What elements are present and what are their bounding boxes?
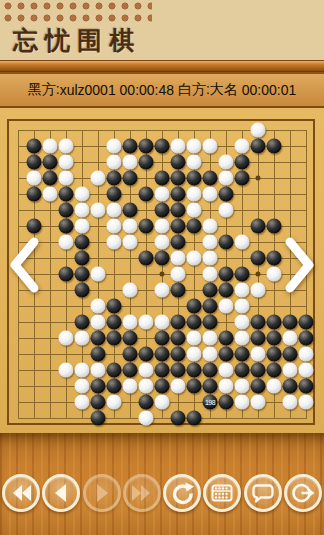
white-stone [203,347,218,362]
black-stone [27,139,42,154]
white-stone [139,315,154,330]
black-stone [75,251,90,266]
black-clock: 00:00:48 [120,82,175,98]
black-stone [187,219,202,234]
black-stone [91,379,106,394]
white-stone [235,395,250,410]
go-board[interactable]: 198 [0,108,324,433]
white-stone [251,123,266,138]
black-stone [187,299,202,314]
black-stone [91,347,106,362]
white-stone [219,379,234,394]
chevron-right-icon [282,280,318,297]
white-stone [123,379,138,394]
white-stone [107,395,122,410]
white-stone [235,379,250,394]
white-stone [171,251,186,266]
white-stone [107,155,122,170]
black-stone [267,347,282,362]
black-stone [155,331,170,346]
white-stone [91,363,106,378]
step-forward-button[interactable] [83,474,121,512]
black-stone [75,267,90,282]
black-stone [235,171,250,186]
white-stone [155,187,170,202]
white-stone [107,139,122,154]
black-stone [107,379,122,394]
black-stone [203,363,218,378]
black-stone [75,235,90,250]
black-stone [187,411,202,426]
black-stone [235,347,250,362]
black-stone [203,171,218,186]
black-stone [171,155,186,170]
white-stone [155,395,170,410]
white-stone [155,235,170,250]
black-stone [27,187,42,202]
chat-button[interactable] [244,474,282,512]
prev-move-button[interactable] [6,236,42,294]
white-stone [43,139,58,154]
black-stone [123,171,138,186]
black-stone [203,379,218,394]
white-stone [123,219,138,234]
black-stone [203,299,218,314]
rewind-to-start-button[interactable] [2,474,40,512]
black-stone [171,171,186,186]
white-stone [43,187,58,202]
left-triangle-icon [49,481,73,505]
white-stone [91,171,106,186]
black-stone [155,379,170,394]
white-stone [219,171,234,186]
white-stone [203,235,218,250]
white-stone [235,139,250,154]
white-stone [203,267,218,282]
white-stone [267,379,282,394]
black-stone [267,315,282,330]
white-stone [91,315,106,330]
black-stone [139,251,154,266]
black-stone [187,171,202,186]
black-stone [123,363,138,378]
white-stone [203,187,218,202]
white-stone [139,379,154,394]
white-stone [59,171,74,186]
white-stone [187,251,202,266]
white-stone [187,203,202,218]
app-title: 忘忧围棋 [13,24,141,57]
white-stone [171,379,186,394]
refresh-button[interactable] [163,474,201,512]
white-stone [75,395,90,410]
black-stone [123,203,138,218]
black-player-label: 黑方: [28,81,60,99]
black-stone [155,251,170,266]
black-stone [139,187,154,202]
white-stone [59,331,74,346]
black-stone [267,331,282,346]
white-stone [139,411,154,426]
exit-button[interactable] [284,474,322,512]
white-stone [75,219,90,234]
black-stone [43,155,58,170]
white-stone [91,299,106,314]
next-move-button[interactable] [282,236,318,294]
white-stone [187,155,202,170]
white-stone [267,267,282,282]
white-stone [123,283,138,298]
white-stone [251,347,266,362]
white-stone [75,379,90,394]
black-stone [219,283,234,298]
black-stone [251,315,266,330]
white-stone [187,187,202,202]
black-stone [235,267,250,282]
black-stone [203,283,218,298]
black-stone [107,187,122,202]
white-stone [235,315,250,330]
black-stone [219,267,234,282]
white-stone [299,395,314,410]
white-stone [107,203,122,218]
black-stone [107,363,122,378]
white-stone [187,139,202,154]
black-stone [43,171,58,186]
black-stone [251,251,266,266]
chevron-left-icon [6,280,42,297]
black-stone [91,411,106,426]
black-stone [59,219,74,234]
step-back-button[interactable] [42,474,80,512]
black-stone [155,363,170,378]
black-stone [283,347,298,362]
white-stone [283,363,298,378]
white-stone [91,267,106,282]
black-stone [267,219,282,234]
black-stone [203,315,218,330]
black-stone [251,363,266,378]
white-stone [203,219,218,234]
black-stone [139,347,154,362]
circular-arrows-icon [170,481,194,505]
black-stone [187,379,202,394]
black-stone [59,267,74,282]
white-stone [59,235,74,250]
white-stone [235,331,250,346]
black-stone: 198 [203,395,218,410]
black-stone [75,283,90,298]
white-stone [139,363,154,378]
black-stone [27,155,42,170]
header-banner: 忘忧围棋 [0,0,324,60]
black-stone [155,171,170,186]
bottom-toolbar [0,433,324,535]
black-stone [139,395,154,410]
white-stone [187,331,202,346]
black-stone [123,331,138,346]
white-stone [155,315,170,330]
white-stone [219,363,234,378]
black-player-name: xulz0001 [60,82,116,98]
black-stone [283,315,298,330]
white-stone [107,219,122,234]
black-stone [251,139,266,154]
black-stone [171,283,186,298]
white-stone [203,331,218,346]
white-stone [123,155,138,170]
black-stone [187,315,202,330]
abacus-icon [210,481,234,505]
white-stone [91,203,106,218]
black-stone [171,331,186,346]
white-stone [235,235,250,250]
black-stone [267,139,282,154]
black-stone [123,139,138,154]
black-stone [171,411,186,426]
black-stone [155,139,170,154]
coin-decoration [2,0,152,26]
black-stone [27,219,42,234]
black-stone [219,235,234,250]
black-stone [171,203,186,218]
white-stone [59,155,74,170]
white-stone [251,395,266,410]
white-stone [75,331,90,346]
speech-bubble-icon [251,481,275,505]
white-stone [203,139,218,154]
black-stone [155,203,170,218]
black-stone [251,379,266,394]
black-stone [75,315,90,330]
black-stone [171,187,186,202]
black-stone [107,331,122,346]
double-right-triangle-icon [130,481,154,505]
black-stone [219,187,234,202]
header-divider [0,60,324,72]
white-stone [107,235,122,250]
white-player-label: 白方: [178,81,210,99]
black-stone [171,363,186,378]
black-stone [171,315,186,330]
white-stone [219,299,234,314]
right-triangle-icon [90,481,114,505]
white-stone [155,219,170,234]
white-player-name: 大名 [210,81,238,99]
black-stone [219,331,234,346]
white-stone [219,155,234,170]
black-stone [187,363,202,378]
white-stone [235,299,250,314]
black-stone [171,219,186,234]
black-stone [123,347,138,362]
white-stone [203,251,218,266]
double-left-triangle-icon [9,481,33,505]
fast-forward-button[interactable] [123,474,161,512]
white-stone [251,283,266,298]
white-stone [123,315,138,330]
black-stone [107,315,122,330]
white-stone [171,267,186,282]
white-stone [299,363,314,378]
black-stone [299,379,314,394]
white-stone [75,363,90,378]
black-stone [91,395,106,410]
black-stone [139,155,154,170]
black-stone [155,347,170,362]
white-stone [75,203,90,218]
white-stone [123,235,138,250]
black-stone [251,219,266,234]
counting-button[interactable] [203,474,241,512]
black-stone [235,155,250,170]
white-stone [155,283,170,298]
black-stone [107,299,122,314]
white-stone [283,331,298,346]
black-stone [219,347,234,362]
white-stone [235,283,250,298]
black-stone [91,331,106,346]
black-stone [171,235,186,250]
black-stone [299,331,314,346]
star-point [160,272,165,277]
move-number-label: 198 [205,399,215,406]
black-stone [283,379,298,394]
white-stone [171,139,186,154]
black-stone [59,187,74,202]
black-stone [171,347,186,362]
black-stone [139,219,154,234]
black-stone [267,251,282,266]
black-stone [107,171,122,186]
black-stone [235,363,250,378]
white-stone [59,139,74,154]
black-stone [267,363,282,378]
star-point [256,176,261,181]
white-stone [187,347,202,362]
star-point [256,272,261,277]
black-stone [59,203,74,218]
white-stone [27,171,42,186]
white-stone [59,363,74,378]
white-stone [75,187,90,202]
black-stone [219,395,234,410]
arrow-out-of-circle-icon [291,481,315,505]
white-stone [219,203,234,218]
white-stone [283,395,298,410]
white-stone [299,347,314,362]
status-bar: 黑方:xulz0001 00:00:48 白方:大名 00:00:01 [0,72,324,108]
black-stone [299,315,314,330]
black-stone [139,139,154,154]
black-stone [251,331,266,346]
white-clock: 00:00:01 [242,82,297,98]
